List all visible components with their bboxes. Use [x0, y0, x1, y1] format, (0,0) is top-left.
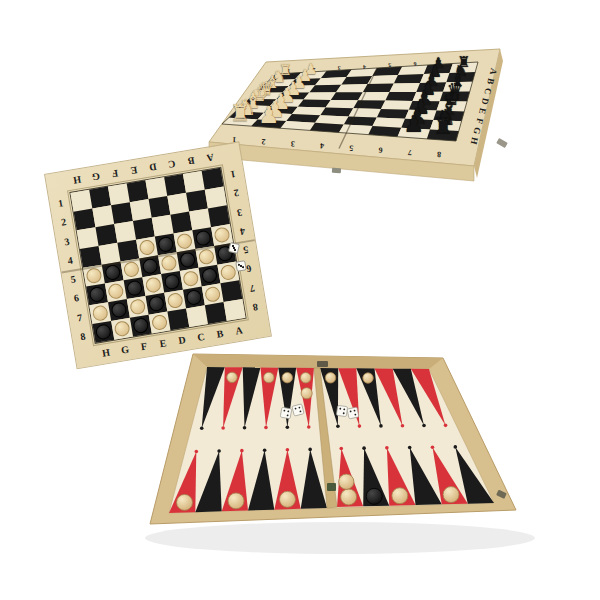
draughts-coordinate-label: 6: [73, 292, 80, 304]
chess-back-label: 6: [413, 61, 416, 67]
draughts-coordinate-label: F: [140, 340, 148, 352]
draughts-man-light[interactable]: [220, 264, 237, 281]
chess-piece-black-rook[interactable]: ♜: [432, 115, 453, 138]
draughts-man-light[interactable]: [129, 298, 146, 315]
draughts-coordinate-label: C: [196, 331, 205, 343]
draughts-man-light[interactable]: [167, 292, 184, 309]
draughts-coordinate-label: 8: [252, 301, 259, 313]
draughts-man-dark[interactable]: [95, 323, 112, 340]
chess-piece-white-pawn[interactable]: ♟: [258, 104, 279, 127]
chess-piece-white-rook[interactable]: ♜: [229, 102, 250, 125]
draughts-man-light[interactable]: [151, 314, 168, 331]
draughts-coordinate-label: 4: [239, 226, 246, 238]
chess-piece-black-pawn[interactable]: ♟: [403, 113, 424, 136]
draughts-coordinate-label: 3: [64, 235, 71, 247]
chess-square[interactable]: [320, 108, 353, 117]
draughts-man-dark[interactable]: [201, 267, 218, 284]
draughts-coordinate-label: A: [206, 152, 215, 164]
board-corner: [247, 315, 271, 339]
draughts-man-dark[interactable]: [185, 289, 202, 306]
draughts-coordinate-label: E: [130, 165, 138, 177]
product-photo: 12345678HGFEDCBA12345678 ♜♞♝♛♚♝♞♜♟♟♟♟♟♟♟…: [0, 0, 600, 600]
draughts-coordinate-label: 7: [249, 282, 256, 294]
chess-back-label: 4: [363, 64, 366, 70]
chess-rank-label: 5: [349, 143, 354, 152]
draughts-coordinate-label: 8: [79, 330, 86, 342]
latch: [332, 168, 341, 174]
draughts-man-light[interactable]: [198, 248, 215, 265]
draughts-man-light[interactable]: [204, 286, 221, 303]
draughts-man-dark[interactable]: [132, 317, 149, 334]
draughts-coordinate-label: 1: [57, 197, 64, 209]
draughts-coordinate-label: 2: [60, 216, 67, 228]
chess-square[interactable]: [331, 92, 363, 100]
chess-square[interactable]: [373, 118, 406, 128]
chess-rank-label: 3: [291, 139, 296, 148]
chess-square[interactable]: [326, 100, 359, 108]
draughts-coordinate-label: H: [72, 174, 81, 186]
draughts-man-dark[interactable]: [110, 301, 127, 318]
draughts-playing-area[interactable]: [69, 167, 246, 344]
draughts-coordinate-label: 1: [230, 169, 237, 181]
draughts-man-dark[interactable]: [163, 273, 180, 290]
draughts-coordinate-label: E: [159, 337, 167, 349]
draughts-coordinate-label: G: [91, 171, 100, 183]
draughts-man-light[interactable]: [213, 226, 230, 243]
draughts-coordinate-label: 5: [70, 273, 77, 285]
chess-back-label: 5: [388, 62, 391, 68]
draughts-man-dark[interactable]: [126, 279, 143, 296]
draughts-coordinate-label: 4: [67, 254, 74, 266]
draughts-man-light[interactable]: [145, 276, 162, 293]
chess-rank-label: 6: [378, 146, 383, 155]
draughts-coordinate-label: 2: [233, 188, 240, 200]
draughts-coordinate-label: B: [216, 328, 224, 340]
draughts-coordinate-label: 6: [246, 264, 253, 276]
draughts-man-dark[interactable]: [179, 251, 196, 268]
draughts-man-light[interactable]: [85, 267, 102, 284]
chess-rank-label: 4: [320, 141, 325, 150]
chess-square[interactable]: [344, 116, 377, 126]
draughts-man-light[interactable]: [182, 270, 199, 287]
draughts-board[interactable]: HGFEDCBA 12345678 12345678 HGFEDCBA: [44, 141, 272, 369]
chess-rank-label: 2: [261, 137, 266, 146]
draughts-coordinate-label: H: [101, 347, 110, 359]
chess-square[interactable]: [292, 107, 326, 115]
draughts-man-dark[interactable]: [104, 264, 121, 281]
draughts-coordinate-label: A: [234, 324, 243, 336]
chess-square[interactable]: [298, 100, 331, 108]
draughts-man-dark[interactable]: [142, 258, 159, 275]
draughts-man-light[interactable]: [138, 239, 155, 256]
chess-square[interactable]: [315, 115, 349, 124]
draughts-man-light[interactable]: [123, 261, 140, 278]
draughts-coordinate-label: C: [168, 158, 177, 170]
draughts-man-light[interactable]: [160, 254, 177, 271]
chess-square[interactable]: [349, 108, 382, 117]
draughts-man-dark[interactable]: [88, 286, 105, 303]
draughts-man-dark[interactable]: [157, 236, 174, 253]
chess-back-label: 3: [338, 65, 341, 71]
chess-rank-label: 7: [408, 148, 413, 157]
draughts-coordinate-label: 5: [242, 245, 249, 257]
draughts-man-light[interactable]: [113, 320, 130, 337]
draughts-man-light[interactable]: [92, 304, 109, 321]
draughts-man-dark[interactable]: [195, 229, 212, 246]
draughts-coordinate-label: D: [177, 334, 186, 346]
chess-rank-label: 8: [437, 150, 442, 159]
draughts-square[interactable]: [224, 299, 246, 321]
draughts-man-light[interactable]: [107, 283, 124, 300]
draughts-coordinate-label: F: [111, 168, 119, 180]
draughts-coordinate-label: 3: [236, 207, 243, 219]
draughts-coordinate-label: B: [187, 155, 195, 167]
draughts-man-dark[interactable]: [148, 295, 165, 312]
draughts-man-light[interactable]: [176, 233, 193, 250]
draughts-coordinate-label: D: [149, 161, 158, 173]
latch: [496, 138, 508, 148]
draughts-coordinate-label: 7: [76, 311, 83, 323]
die[interactable]: [235, 260, 247, 272]
draughts-coordinate-label: G: [120, 343, 129, 355]
